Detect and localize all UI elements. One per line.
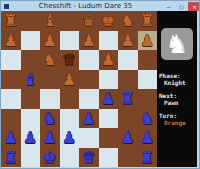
piece-orange-queen[interactable]: ♛ [79, 11, 99, 31]
piece-blue-pawn[interactable]: ♟ [118, 128, 138, 148]
square-g3[interactable] [118, 109, 138, 129]
square-d3[interactable] [60, 109, 80, 129]
window-title: Chesshift - Ludum Dare 35 [9, 1, 162, 11]
square-b5[interactable]: ♝ [21, 70, 41, 90]
piece-blue-rook[interactable]: ♜ [118, 89, 138, 109]
square-c4[interactable] [40, 89, 60, 109]
game-status: Phase: Knight Next: Pawn Turn: Orange [159, 72, 195, 132]
square-f7[interactable] [99, 31, 119, 51]
square-c5[interactable] [40, 70, 60, 90]
square-h4[interactable] [138, 89, 158, 109]
piece-blue-queen[interactable]: ♛ [79, 148, 99, 168]
next-line: Next: Pawn [159, 92, 195, 106]
square-a8[interactable]: ♜ [1, 11, 21, 31]
app-window: Chesshift - Ludum Dare 35 – ▢ ✕ ♜♝♛♚♞♜♟♟… [0, 0, 200, 169]
square-c8[interactable]: ♝ [40, 11, 60, 31]
piece-orange-bishop[interactable]: ♝ [40, 11, 60, 31]
square-c1[interactable]: ♚ [40, 148, 60, 168]
square-e5[interactable] [79, 70, 99, 90]
square-f1[interactable] [99, 148, 119, 168]
piece-orange-pawn[interactable]: ♟ [1, 31, 21, 51]
piece-blue-knight[interactable]: ♞ [40, 109, 60, 129]
square-e2[interactable] [79, 128, 99, 148]
piece-orange-rook[interactable]: ♜ [138, 11, 158, 31]
piece-blue-pawn[interactable]: ♟ [21, 128, 41, 148]
piece-blue-pawn[interactable]: ♟ [79, 109, 99, 129]
square-b3[interactable] [21, 109, 41, 129]
square-d2[interactable]: ♟ [60, 128, 80, 148]
square-a6[interactable] [1, 50, 21, 70]
phase-value: Knight [159, 79, 195, 86]
square-d1[interactable] [60, 148, 80, 168]
turn-label: Turn: [159, 112, 195, 119]
square-h2[interactable]: ♟ [138, 128, 158, 148]
square-d4[interactable] [60, 89, 80, 109]
square-c7[interactable]: ♟ [40, 31, 60, 51]
square-a2[interactable]: ♟ [1, 128, 21, 148]
square-f3[interactable] [99, 109, 119, 129]
chess-board[interactable]: ♜♝♛♚♞♜♟♟♟♟♟♞♛♟♝♟♟♜♞♟♞♟♟♟♟♟♟♜♚♛♜ [1, 11, 157, 167]
minimize-button[interactable]: – [162, 2, 175, 11]
square-g4[interactable]: ♜ [118, 89, 138, 109]
square-h6[interactable] [138, 50, 158, 70]
square-c6[interactable]: ♞ [40, 50, 60, 70]
piece-blue-pawn[interactable]: ♟ [60, 128, 80, 148]
window-content: ♜♝♛♚♞♜♟♟♟♟♟♞♛♟♝♟♟♜♞♟♞♟♟♟♟♟♟♜♚♛♜ ♞ Phase:… [1, 11, 200, 167]
piece-orange-pawn[interactable]: ♟ [99, 50, 119, 70]
square-e8[interactable]: ♛ [79, 11, 99, 31]
next-label: Next: [159, 92, 195, 99]
piece-orange-pawn[interactable]: ♟ [138, 31, 158, 51]
square-h7[interactable]: ♟ [138, 31, 158, 51]
turn-line: Turn: Orange [159, 112, 195, 126]
piece-blue-rook[interactable]: ♜ [1, 148, 21, 168]
window-right-border [197, 11, 200, 167]
square-a3[interactable] [1, 109, 21, 129]
square-g8[interactable]: ♞ [118, 11, 138, 31]
piece-orange-pawn[interactable]: ♟ [60, 70, 80, 90]
piece-blue-king[interactable]: ♚ [40, 148, 60, 168]
phase-badge: ♞ [161, 28, 193, 60]
turn-value: Orange [159, 119, 195, 126]
square-g1[interactable] [118, 148, 138, 168]
square-f2[interactable] [99, 128, 119, 148]
square-c2[interactable]: ♟ [40, 128, 60, 148]
piece-orange-knight[interactable]: ♞ [40, 50, 60, 70]
square-a7[interactable]: ♟ [1, 31, 21, 51]
square-b8[interactable] [21, 11, 41, 31]
piece-blue-pawn[interactable]: ♟ [1, 128, 21, 148]
game-sidebar: ♞ Phase: Knight Next: Pawn Turn: Orange [157, 11, 197, 167]
square-g7[interactable]: ♟ [118, 31, 138, 51]
square-f4[interactable]: ♟ [99, 89, 119, 109]
square-b4[interactable] [21, 89, 41, 109]
square-b2[interactable]: ♟ [21, 128, 41, 148]
square-e3[interactable]: ♟ [79, 109, 99, 129]
square-h8[interactable]: ♜ [138, 11, 158, 31]
square-e1[interactable]: ♛ [79, 148, 99, 168]
square-h1[interactable]: ♜ [138, 148, 158, 168]
square-h5[interactable] [138, 70, 158, 90]
square-f6[interactable]: ♟ [99, 50, 119, 70]
phase-label: Phase: [159, 72, 195, 79]
square-c3[interactable]: ♞ [40, 109, 60, 129]
piece-darkred-queen[interactable]: ♛ [60, 50, 80, 70]
square-d6[interactable]: ♛ [60, 50, 80, 70]
piece-blue-rook[interactable]: ♜ [138, 148, 158, 168]
square-a1[interactable]: ♜ [1, 148, 21, 168]
square-h3[interactable]: ♞ [138, 109, 158, 129]
square-g2[interactable]: ♟ [118, 128, 138, 148]
piece-blue-pawn[interactable]: ♟ [40, 128, 60, 148]
piece-blue-knight[interactable]: ♞ [138, 109, 158, 129]
square-d7[interactable] [60, 31, 80, 51]
square-g5[interactable] [118, 70, 138, 90]
square-b6[interactable] [21, 50, 41, 70]
close-button[interactable]: ✕ [188, 2, 200, 11]
piece-orange-pawn[interactable]: ♟ [79, 31, 99, 51]
square-g6[interactable] [118, 50, 138, 70]
maximize-button[interactable]: ▢ [175, 2, 188, 11]
window-bottom-border [1, 167, 200, 169]
square-f5[interactable] [99, 70, 119, 90]
piece-blue-bishop[interactable]: ♝ [21, 70, 41, 90]
piece-blue-pawn[interactable]: ♟ [138, 128, 158, 148]
square-d5[interactable]: ♟ [60, 70, 80, 90]
title-bar: Chesshift - Ludum Dare 35 – ▢ ✕ [1, 1, 200, 11]
square-a5[interactable] [1, 70, 21, 90]
square-a4[interactable] [1, 89, 21, 109]
square-e4[interactable] [79, 89, 99, 109]
piece-orange-pawn[interactable]: ♟ [118, 31, 138, 51]
piece-blue-pawn[interactable]: ♟ [99, 89, 119, 109]
next-value: Pawn [159, 99, 195, 106]
piece-orange-knight[interactable]: ♞ [118, 11, 138, 31]
square-b7[interactable] [21, 31, 41, 51]
square-b1[interactable] [21, 148, 41, 168]
square-f8[interactable]: ♚ [99, 11, 119, 31]
phase-line: Phase: Knight [159, 72, 195, 86]
piece-orange-king[interactable]: ♚ [99, 11, 119, 31]
knight-icon: ♞ [165, 29, 188, 59]
square-e7[interactable]: ♟ [79, 31, 99, 51]
piece-orange-rook[interactable]: ♜ [1, 11, 21, 31]
square-e6[interactable] [79, 50, 99, 70]
piece-orange-pawn[interactable]: ♟ [40, 31, 60, 51]
square-d8[interactable] [60, 11, 80, 31]
